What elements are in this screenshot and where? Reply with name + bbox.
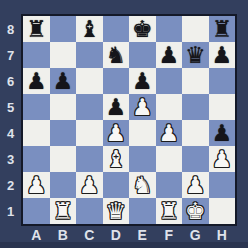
chess-diagram: 87654321 ♜♝♚♜♞♟♛♟♟♟♟♟♟♟♟♟♝♟♟♟♞♟♜♛♜♚ ABCD… xyxy=(0,0,248,248)
square-h2 xyxy=(209,172,236,198)
piece-white-king: ♚ xyxy=(185,200,206,223)
square-e7 xyxy=(129,42,156,68)
square-g8 xyxy=(182,16,209,42)
square-g4 xyxy=(182,120,209,146)
square-d1: ♛ xyxy=(103,198,130,224)
square-e5: ♟ xyxy=(129,94,156,120)
square-a3 xyxy=(23,146,50,172)
piece-black-king: ♚ xyxy=(132,18,153,41)
rank-label-8: 8 xyxy=(0,16,21,42)
piece-white-rook: ♜ xyxy=(158,200,179,223)
square-f7: ♟ xyxy=(156,42,183,68)
piece-white-pawn: ♟ xyxy=(158,122,179,145)
piece-white-rook: ♜ xyxy=(52,200,73,223)
piece-black-rook: ♜ xyxy=(26,18,47,41)
square-b4 xyxy=(50,120,77,146)
square-c2: ♟ xyxy=(76,172,103,198)
piece-white-bishop: ♝ xyxy=(105,148,126,171)
piece-white-pawn: ♟ xyxy=(105,122,126,145)
square-b5 xyxy=(50,94,77,120)
piece-black-pawn: ♟ xyxy=(26,70,47,93)
square-h8: ♜ xyxy=(209,16,236,42)
rank-label-4: 4 xyxy=(0,120,21,146)
piece-black-pawn: ♟ xyxy=(211,44,232,67)
piece-black-pawn: ♟ xyxy=(105,96,126,119)
square-e8: ♚ xyxy=(129,16,156,42)
piece-white-knight: ♞ xyxy=(132,174,153,197)
square-d5: ♟ xyxy=(103,94,130,120)
rank-label-2: 2 xyxy=(0,172,21,198)
square-d7: ♞ xyxy=(103,42,130,68)
square-c1 xyxy=(76,198,103,224)
square-b2 xyxy=(50,172,77,198)
square-h5 xyxy=(209,94,236,120)
square-e1 xyxy=(129,198,156,224)
rank-label-1: 1 xyxy=(0,198,21,224)
square-e3 xyxy=(129,146,156,172)
square-g1: ♚ xyxy=(182,198,209,224)
square-h1 xyxy=(209,198,236,224)
rank-label-5: 5 xyxy=(0,94,21,120)
chess-board: ♜♝♚♜♞♟♛♟♟♟♟♟♟♟♟♟♝♟♟♟♞♟♜♛♜♚ xyxy=(21,14,237,226)
square-d8 xyxy=(103,16,130,42)
piece-white-queen: ♛ xyxy=(105,200,126,223)
square-b1: ♜ xyxy=(50,198,77,224)
square-a1 xyxy=(23,198,50,224)
square-b7 xyxy=(50,42,77,68)
square-e4 xyxy=(129,120,156,146)
square-f8 xyxy=(156,16,183,42)
square-f3 xyxy=(156,146,183,172)
piece-black-queen: ♛ xyxy=(185,44,206,67)
square-d6 xyxy=(103,68,130,94)
piece-black-pawn: ♟ xyxy=(158,44,179,67)
square-g5 xyxy=(182,94,209,120)
square-h3: ♟ xyxy=(209,146,236,172)
square-a7 xyxy=(23,42,50,68)
piece-black-pawn: ♟ xyxy=(132,70,153,93)
rank-label-7: 7 xyxy=(0,42,21,68)
square-c7 xyxy=(76,42,103,68)
piece-black-pawn: ♟ xyxy=(52,70,73,93)
square-g7: ♛ xyxy=(182,42,209,68)
rank-label-6: 6 xyxy=(0,68,21,94)
piece-black-pawn: ♟ xyxy=(211,122,232,145)
square-c4 xyxy=(76,120,103,146)
square-a5 xyxy=(23,94,50,120)
square-c6 xyxy=(76,68,103,94)
square-g6 xyxy=(182,68,209,94)
rank-label-3: 3 xyxy=(0,146,21,172)
square-g2: ♟ xyxy=(182,172,209,198)
square-f2 xyxy=(156,172,183,198)
piece-black-bishop: ♝ xyxy=(79,18,100,41)
square-a4 xyxy=(23,120,50,146)
square-b8 xyxy=(50,16,77,42)
square-b3 xyxy=(50,146,77,172)
square-d2 xyxy=(103,172,130,198)
square-h7: ♟ xyxy=(209,42,236,68)
square-e2: ♞ xyxy=(129,172,156,198)
square-c8: ♝ xyxy=(76,16,103,42)
piece-white-pawn: ♟ xyxy=(26,174,47,197)
square-g3 xyxy=(182,146,209,172)
piece-white-pawn: ♟ xyxy=(132,96,153,119)
square-f1: ♜ xyxy=(156,198,183,224)
square-b6: ♟ xyxy=(50,68,77,94)
square-a8: ♜ xyxy=(23,16,50,42)
square-f4: ♟ xyxy=(156,120,183,146)
piece-black-rook: ♜ xyxy=(211,18,232,41)
square-h4: ♟ xyxy=(209,120,236,146)
square-c5 xyxy=(76,94,103,120)
square-h6 xyxy=(209,68,236,94)
rank-labels: 87654321 xyxy=(0,16,21,224)
piece-white-pawn: ♟ xyxy=(211,148,232,171)
square-f5 xyxy=(156,94,183,120)
piece-white-pawn: ♟ xyxy=(185,174,206,197)
piece-black-knight: ♞ xyxy=(105,44,126,67)
piece-white-pawn: ♟ xyxy=(79,174,100,197)
square-d4: ♟ xyxy=(103,120,130,146)
square-c3 xyxy=(76,146,103,172)
square-f6 xyxy=(156,68,183,94)
square-e6: ♟ xyxy=(129,68,156,94)
square-a2: ♟ xyxy=(23,172,50,198)
bottom-strip xyxy=(0,242,248,248)
square-d3: ♝ xyxy=(103,146,130,172)
square-a6: ♟ xyxy=(23,68,50,94)
